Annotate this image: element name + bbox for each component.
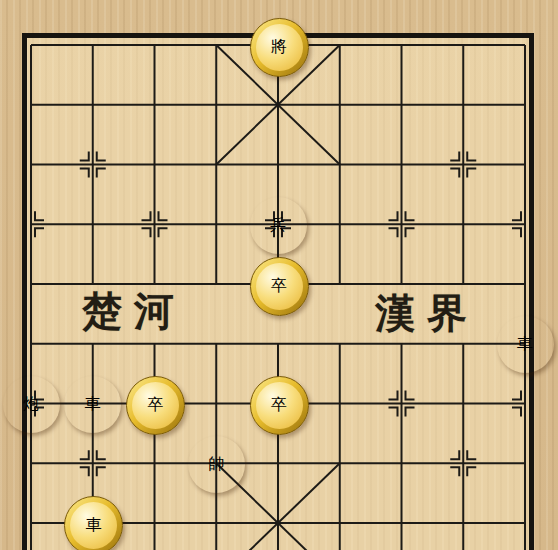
river-label-chuhe: 楚河 (82, 284, 186, 339)
piece-face: 炮 (8, 381, 55, 428)
red-chariot-piece[interactable]: 車 (497, 316, 554, 373)
piece-glyph: 炮 (23, 394, 39, 415)
red-cannon-piece[interactable]: 炮 (3, 376, 60, 433)
piece-glyph: 兵 (270, 215, 286, 236)
red-chariot-piece[interactable]: 車 (64, 376, 121, 433)
black-general-piece[interactable]: 將 (250, 18, 309, 77)
river-label-hanjie: 漢界 (375, 286, 479, 341)
piece-glyph: 車 (517, 334, 533, 355)
piece-face: 帥 (193, 441, 240, 488)
piece-glyph: 帥 (208, 454, 224, 475)
piece-face: 兵 (255, 202, 302, 249)
black-soldier-piece[interactable]: 卒 (126, 376, 185, 435)
black-soldier-piece[interactable]: 卒 (250, 257, 309, 316)
piece-face: 車 (69, 381, 116, 428)
black-chariot-piece[interactable]: 車 (64, 496, 123, 550)
piece-face: 卒 (256, 382, 303, 429)
piece-glyph: 車 (86, 515, 102, 536)
piece-glyph: 將 (271, 37, 287, 58)
piece-face: 將 (256, 24, 303, 71)
xiangqi-board[interactable]: 楚河 漢界 將兵卒車炮車卒卒帥車 (0, 0, 558, 550)
piece-face: 車 (70, 502, 117, 549)
piece-face: 卒 (132, 382, 179, 429)
black-soldier-piece[interactable]: 卒 (250, 376, 309, 435)
piece-glyph: 卒 (148, 395, 164, 416)
piece-glyph: 車 (85, 394, 101, 415)
red-soldier-piece[interactable]: 兵 (250, 197, 307, 254)
piece-glyph: 卒 (271, 276, 287, 297)
piece-glyph: 卒 (271, 395, 287, 416)
piece-face: 卒 (256, 263, 303, 310)
red-general-piece[interactable]: 帥 (188, 436, 245, 493)
piece-face: 車 (502, 321, 549, 368)
